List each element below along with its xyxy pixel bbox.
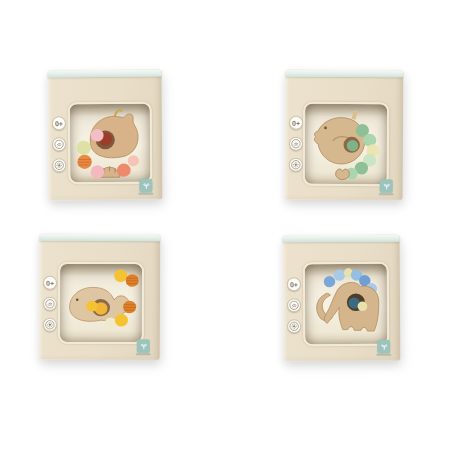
- age-grade-label: 0+: [55, 120, 63, 127]
- cord: [115, 110, 122, 116]
- natural-material-badge-icon: [52, 137, 66, 151]
- bead: [86, 301, 98, 312]
- brand-logo-caption: [379, 193, 394, 195]
- box-lid-edge: [283, 235, 400, 243]
- badge-column: 0+: [43, 276, 57, 332]
- certified-flower-badge-icon: [43, 318, 57, 332]
- product-box-bottom-right: 0+: [283, 235, 401, 362]
- badge-column: 0+: [289, 116, 303, 172]
- badge-column: 0+: [287, 277, 301, 333]
- certified-flower-badge-icon: [52, 158, 66, 172]
- box-lid-edge: [48, 70, 162, 78]
- product-photo-canvas: 0+: [0, 0, 450, 450]
- bead: [115, 314, 128, 327]
- chick-teether-illustration: [305, 104, 387, 184]
- box-window: [68, 102, 153, 185]
- certified-flower-badge-icon: [287, 319, 301, 333]
- brand-logo-caption: [138, 193, 153, 195]
- box-lid-edge: [285, 70, 403, 78]
- age-grade-badge: 0+: [289, 116, 303, 130]
- brand-logo: [136, 339, 151, 355]
- cord: [352, 110, 358, 120]
- natural-material-badge-icon: [287, 298, 301, 312]
- brand-logo-sprout-icon: [137, 339, 150, 352]
- box-window: [303, 262, 389, 346]
- brand-logo-sprout-icon: [377, 340, 390, 353]
- eye: [324, 127, 327, 130]
- eye: [76, 299, 79, 302]
- badge-column: 0+: [52, 116, 66, 172]
- brand-logo-caption: [376, 354, 391, 356]
- box-window: [303, 102, 389, 186]
- age-grade-label: 0+: [290, 281, 298, 288]
- natural-material-badge-icon: [289, 137, 303, 151]
- bead: [334, 270, 346, 281]
- product-box-top-left: 0+: [48, 70, 163, 201]
- product-box-bottom-left: 0+: [39, 234, 160, 360]
- bead: [76, 141, 90, 155]
- brand-logo-sprout-icon: [380, 179, 393, 192]
- bead: [114, 270, 127, 283]
- wood-heart-piece: [336, 169, 350, 180]
- bird-teether-illustration: [70, 104, 151, 183]
- age-grade-label: 0+: [46, 279, 54, 286]
- bead: [324, 276, 336, 287]
- age-grade-badge: 0+: [43, 276, 57, 290]
- bead: [357, 301, 367, 311]
- age-grade-badge: 0+: [287, 277, 301, 291]
- brand-logo-sprout-icon: [139, 179, 152, 192]
- bead: [128, 155, 139, 166]
- brand-logo: [138, 179, 153, 195]
- certified-flower-badge-icon: [289, 158, 303, 172]
- brand-logo-caption: [136, 353, 151, 355]
- box-lid-edge: [39, 234, 160, 241]
- brand-logo: [379, 179, 394, 195]
- box-window: [58, 262, 144, 344]
- product-box-top-right: 0+: [285, 70, 404, 201]
- whale-teether-illustration: [60, 264, 142, 342]
- hole-bead: [347, 140, 359, 151]
- age-grade-label: 0+: [292, 119, 300, 126]
- bead: [91, 129, 104, 142]
- age-grade-badge: 0+: [52, 116, 66, 130]
- bead: [117, 163, 131, 176]
- bead: [91, 165, 105, 178]
- natural-material-badge-icon: [43, 297, 57, 311]
- brand-logo: [376, 340, 391, 356]
- elephant-teether-illustration: [305, 264, 387, 344]
